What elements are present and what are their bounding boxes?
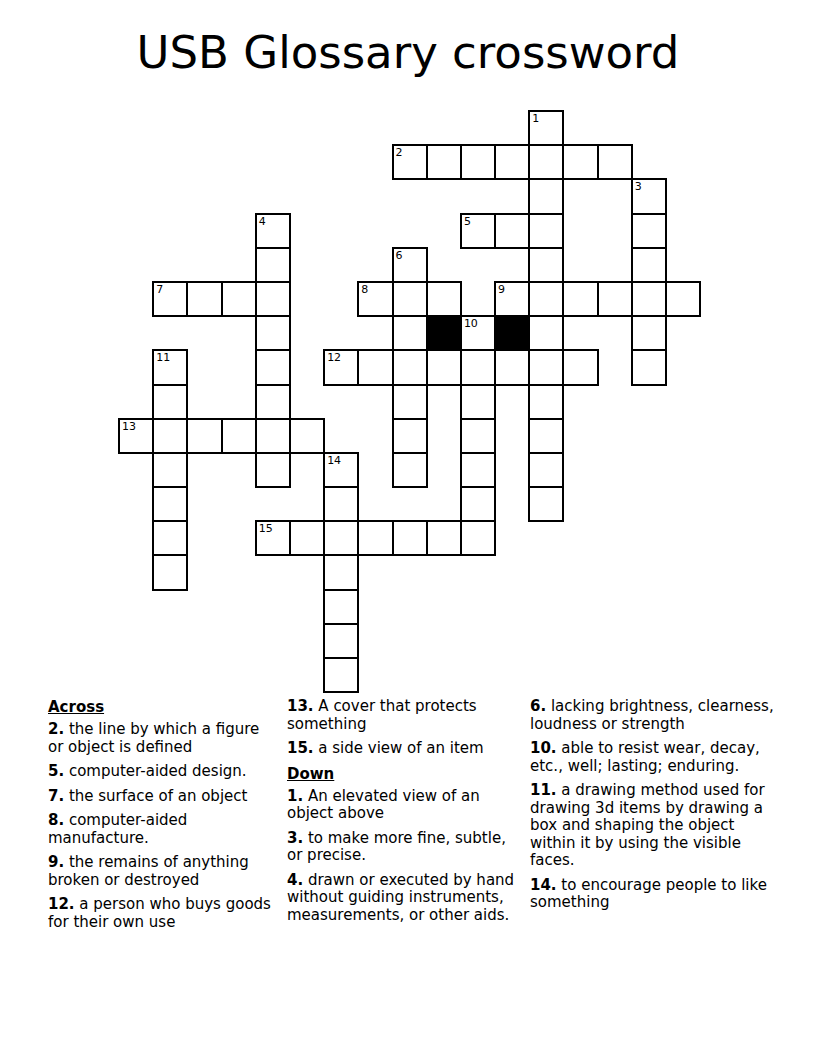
clue-column-2: 13. A cover that protects something15. a…	[287, 698, 530, 938]
grid-cell[interactable]: 7	[152, 281, 188, 317]
grid-cell[interactable]	[460, 349, 496, 385]
grid-cell[interactable]	[426, 144, 462, 180]
grid-cell[interactable]	[392, 281, 428, 317]
grid-cell[interactable]: 6	[392, 247, 428, 283]
clue-column-3: 6. lacking brightness, clearness, loudne…	[530, 698, 780, 938]
puzzle-title: USB Glossary crossword	[0, 26, 816, 79]
grid-cell[interactable]	[562, 144, 598, 180]
clue-number: 9.	[48, 853, 64, 871]
grid-cell[interactable]	[528, 178, 564, 214]
clue-number: 3.	[287, 829, 303, 847]
grid-cell[interactable]	[460, 486, 496, 522]
grid-cell[interactable]	[631, 349, 667, 385]
clue-number: 7.	[48, 787, 64, 805]
clue-number: 15.	[287, 739, 314, 757]
grid-cell[interactable]	[186, 281, 222, 317]
grid-cell[interactable]	[392, 315, 428, 351]
grid-cell[interactable]	[494, 349, 530, 385]
clue-text: drawn or executed by hand without guidin…	[287, 871, 514, 924]
clue-number: 14.	[530, 876, 557, 894]
clue-text: the remains of anything broken or destro…	[48, 853, 249, 889]
cell-number: 3	[635, 180, 642, 193]
grid-cell[interactable]	[255, 247, 291, 283]
clue-text: a drawing method used for drawing 3d ite…	[530, 781, 765, 869]
clue-item-across-8: 8. computer-aided manufacture.	[48, 812, 271, 847]
grid-cell[interactable]: 1	[528, 110, 564, 146]
clues-section: Across2. the line by which a figure or o…	[48, 698, 788, 938]
cell-number: 9	[498, 283, 505, 296]
grid-cell[interactable]	[323, 589, 359, 625]
grid-cell[interactable]: 5	[460, 213, 496, 249]
grid-cell[interactable]	[186, 418, 222, 454]
clue-text: a side view of an item	[314, 739, 484, 757]
grid-cell[interactable]	[528, 213, 564, 249]
grid-cell[interactable]	[562, 281, 598, 317]
grid-cell[interactable]	[528, 349, 564, 385]
grid-cell[interactable]	[460, 520, 496, 556]
grid-cell[interactable]	[323, 554, 359, 590]
grid-cell[interactable]	[357, 520, 393, 556]
grid-cell[interactable]	[528, 315, 564, 351]
clue-number: 10.	[530, 739, 557, 757]
cell-number: 2	[396, 146, 403, 159]
clue-number: 5.	[48, 762, 64, 780]
clue-item-across-2: 2. the line by which a figure or object …	[48, 721, 271, 756]
black-cell	[426, 315, 462, 351]
cell-number: 14	[327, 454, 341, 467]
down-header: Down	[287, 765, 518, 783]
grid-cell[interactable]	[562, 349, 598, 385]
clue-text: the surface of an object	[64, 787, 247, 805]
grid-cell[interactable]	[392, 418, 428, 454]
grid-cell[interactable]	[221, 418, 257, 454]
grid-cell[interactable]	[597, 281, 633, 317]
grid-cell[interactable]	[426, 349, 462, 385]
clue-item-down-10: 10. able to resist wear, decay, etc., we…	[530, 740, 776, 775]
clue-item-down-6: 6. lacking brightness, clearness, loudne…	[530, 698, 776, 733]
grid-cell[interactable]: 2	[392, 144, 428, 180]
grid-cell[interactable]	[528, 486, 564, 522]
cell-number: 8	[361, 283, 368, 296]
grid-cell[interactable]: 9	[494, 281, 530, 317]
grid-cell[interactable]	[494, 213, 530, 249]
grid-cell[interactable]: 13	[118, 418, 154, 454]
grid-cell[interactable]	[392, 349, 428, 385]
grid-cell[interactable]: 11	[152, 349, 188, 385]
grid-cell[interactable]: 3	[631, 178, 667, 214]
clue-item-across-9: 9. the remains of anything broken or des…	[48, 854, 271, 889]
clue-item-down-3: 3. to make more fine, subtle, or precise…	[287, 830, 518, 865]
grid-cell[interactable]	[631, 247, 667, 283]
grid-cell[interactable]	[528, 384, 564, 420]
grid-cell[interactable]	[528, 247, 564, 283]
grid-cell[interactable]	[255, 315, 291, 351]
grid-cell[interactable]	[357, 349, 393, 385]
cell-number: 13	[122, 420, 136, 433]
grid-cell[interactable]	[152, 486, 188, 522]
clue-item-down-11: 11. a drawing method used for drawing 3d…	[530, 782, 776, 870]
cell-number: 6	[396, 249, 403, 262]
grid-cell[interactable]	[152, 554, 188, 590]
grid-cell[interactable]	[255, 418, 291, 454]
cell-number: 4	[259, 215, 266, 228]
grid-cell[interactable]	[665, 281, 701, 317]
grid-cell[interactable]	[528, 144, 564, 180]
grid-cell[interactable]	[392, 384, 428, 420]
grid-cell[interactable]	[152, 384, 188, 420]
clue-item-across-5: 5. computer-aided design.	[48, 763, 271, 781]
clue-text: to encourage people to like something	[530, 876, 767, 912]
grid-cell[interactable]	[631, 213, 667, 249]
clue-item-across-13: 13. A cover that protects something	[287, 698, 518, 733]
grid-cell[interactable]	[255, 452, 291, 488]
across-header: Across	[48, 698, 271, 716]
clue-column-1: Across2. the line by which a figure or o…	[48, 698, 287, 938]
grid-cell[interactable]	[323, 486, 359, 522]
clue-text: computer-aided design.	[64, 762, 247, 780]
grid-cell[interactable]	[255, 384, 291, 420]
grid-cell[interactable]	[255, 349, 291, 385]
grid-cell[interactable]	[323, 657, 359, 693]
grid-cell[interactable]	[255, 281, 291, 317]
grid-cell[interactable]	[289, 520, 325, 556]
clue-number: 4.	[287, 871, 303, 889]
grid-cell[interactable]: 4	[255, 213, 291, 249]
clue-number: 13.	[287, 697, 314, 715]
grid-cell[interactable]	[221, 281, 257, 317]
black-cell	[494, 315, 530, 351]
clue-item-across-12: 12. a person who buys goods for their ow…	[48, 896, 271, 931]
grid-cell[interactable]	[597, 144, 633, 180]
cell-number: 7	[156, 283, 163, 296]
grid-cell[interactable]	[152, 520, 188, 556]
grid-cell[interactable]	[460, 452, 496, 488]
page: USB Glossary crossword 12345678910111213…	[0, 0, 816, 1056]
clue-number: 6.	[530, 697, 546, 715]
cell-number: 11	[156, 351, 170, 364]
clue-item-across-15: 15. a side view of an item	[287, 740, 518, 758]
grid-cell[interactable]	[460, 384, 496, 420]
grid-cell[interactable]	[152, 418, 188, 454]
cell-number: 5	[464, 215, 471, 228]
grid-cell[interactable]: 10	[460, 315, 496, 351]
clue-text: the line by which a figure or object is …	[48, 720, 259, 756]
clue-item-down-1: 1. An elevated view of an object above	[287, 788, 518, 823]
cell-number: 1	[532, 112, 539, 125]
clue-number: 1.	[287, 787, 303, 805]
grid-cell[interactable]	[494, 144, 530, 180]
clue-number: 2.	[48, 720, 64, 738]
clue-number: 12.	[48, 895, 75, 913]
clue-item-down-4: 4. drawn or executed by hand without gui…	[287, 872, 518, 925]
clue-text: computer-aided manufacture.	[48, 811, 187, 847]
clue-text: to make more fine, subtle, or precise.	[287, 829, 506, 865]
clue-item-down-14: 14. to encourage people to like somethin…	[530, 877, 776, 912]
grid-cell[interactable]	[528, 452, 564, 488]
clue-number: 8.	[48, 811, 64, 829]
clue-item-across-7: 7. the surface of an object	[48, 788, 271, 806]
crossword-grid: 123456789101112131415	[118, 110, 699, 691]
clue-text: An elevated view of an object above	[287, 787, 480, 823]
grid-cell[interactable]	[323, 520, 359, 556]
grid-cell[interactable]	[392, 520, 428, 556]
grid-cell[interactable]	[152, 452, 188, 488]
grid-cell[interactable]	[528, 281, 564, 317]
grid-cell[interactable]: 8	[357, 281, 393, 317]
grid-cell[interactable]: 15	[255, 520, 291, 556]
clue-text: able to resist wear, decay, etc., well; …	[530, 739, 760, 775]
clue-number: 11.	[530, 781, 557, 799]
grid-cell[interactable]	[289, 418, 325, 454]
clue-text: A cover that protects something	[287, 697, 477, 733]
grid-cell[interactable]: 12	[323, 349, 359, 385]
grid-cell[interactable]	[460, 418, 496, 454]
clue-text: lacking brightness, clearness, loudness …	[530, 697, 774, 733]
grid-cell[interactable]	[528, 418, 564, 454]
grid-cell[interactable]	[631, 281, 667, 317]
cell-number: 12	[327, 351, 341, 364]
clue-text: a person who buys goods for their own us…	[48, 895, 271, 931]
grid-cell[interactable]: 14	[323, 452, 359, 488]
cell-number: 10	[464, 317, 478, 330]
grid-cell[interactable]	[426, 281, 462, 317]
cell-number: 15	[259, 522, 273, 535]
grid-cell[interactable]	[631, 315, 667, 351]
grid-cell[interactable]	[392, 452, 428, 488]
grid-cell[interactable]	[426, 520, 462, 556]
grid-cell[interactable]	[323, 623, 359, 659]
grid-cell[interactable]	[460, 144, 496, 180]
